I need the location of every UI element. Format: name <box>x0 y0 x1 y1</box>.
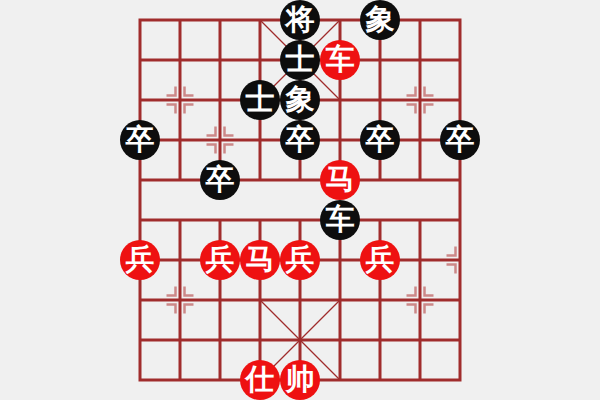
piece-red-general[interactable]: 帅 <box>280 360 320 400</box>
board-intersection[interactable] <box>160 240 200 280</box>
board-intersection[interactable] <box>400 200 440 240</box>
board-intersection[interactable]: 仕 <box>240 360 280 400</box>
board-intersection[interactable] <box>120 160 160 200</box>
piece-red-soldier[interactable]: 兵 <box>360 240 400 280</box>
board-intersection[interactable] <box>360 360 400 400</box>
piece-red-horse[interactable]: 马 <box>320 160 360 200</box>
piece-black-chariot[interactable]: 车 <box>320 200 360 240</box>
board-intersection[interactable] <box>240 0 280 40</box>
board-intersection[interactable]: 将 <box>280 0 320 40</box>
board-intersection[interactable] <box>200 40 240 80</box>
board-intersection[interactable] <box>160 0 200 40</box>
board-intersection[interactable] <box>400 160 440 200</box>
piece-red-chariot[interactable]: 车 <box>320 40 360 80</box>
board-intersection[interactable] <box>240 160 280 200</box>
board-intersection[interactable] <box>360 160 400 200</box>
board-intersection[interactable]: 卒 <box>360 120 400 160</box>
board-intersection[interactable] <box>440 360 480 400</box>
board-intersection[interactable]: 卒 <box>280 120 320 160</box>
board-intersection[interactable] <box>160 120 200 160</box>
piece-black-soldier[interactable]: 卒 <box>440 120 480 160</box>
board-intersection[interactable] <box>360 40 400 80</box>
board-intersection[interactable] <box>360 320 400 360</box>
board-intersection[interactable]: 士 <box>240 80 280 120</box>
board-intersection[interactable] <box>200 320 240 360</box>
board-intersection[interactable] <box>400 40 440 80</box>
board-intersection[interactable] <box>200 200 240 240</box>
board-intersection[interactable] <box>240 40 280 80</box>
board-intersection[interactable] <box>400 0 440 40</box>
board-intersection[interactable]: 卒 <box>200 160 240 200</box>
board-intersection[interactable]: 兵 <box>280 240 320 280</box>
board-intersection[interactable] <box>200 280 240 320</box>
board-intersection[interactable] <box>360 280 400 320</box>
board-intersection[interactable] <box>360 200 400 240</box>
board-intersection[interactable] <box>160 80 200 120</box>
board-intersection[interactable]: 象 <box>360 0 400 40</box>
board-intersection[interactable] <box>320 240 360 280</box>
piece-black-advisor[interactable]: 士 <box>280 40 320 80</box>
board-intersection[interactable] <box>320 80 360 120</box>
board-intersection[interactable] <box>160 280 200 320</box>
board-intersection[interactable] <box>440 40 480 80</box>
board-intersection[interactable]: 兵 <box>360 240 400 280</box>
board-intersection[interactable] <box>360 80 400 120</box>
board-intersection[interactable] <box>240 320 280 360</box>
board-intersection[interactable] <box>440 320 480 360</box>
board-intersection[interactable] <box>440 200 480 240</box>
board-intersection[interactable]: 卒 <box>440 120 480 160</box>
xiangqi-board: 将象士车士象卒卒卒卒卒马车兵兵马兵兵仕帅 <box>120 0 480 400</box>
board-intersection[interactable] <box>440 280 480 320</box>
board-intersection[interactable] <box>280 200 320 240</box>
board-intersection[interactable] <box>440 160 480 200</box>
board-intersection[interactable] <box>120 40 160 80</box>
board-intersection[interactable] <box>120 320 160 360</box>
board-intersection[interactable] <box>280 320 320 360</box>
board-intersection[interactable] <box>200 360 240 400</box>
board-intersection[interactable] <box>400 240 440 280</box>
board-intersection[interactable] <box>320 360 360 400</box>
board-intersection[interactable] <box>400 280 440 320</box>
piece-black-soldier[interactable]: 卒 <box>360 120 400 160</box>
xiangqi-app-screen: 将象士车士象卒卒卒卒卒马车兵兵马兵兵仕帅 <box>0 0 600 400</box>
board-intersection[interactable] <box>440 80 480 120</box>
board-intersection[interactable] <box>160 360 200 400</box>
piece-red-horse[interactable]: 马 <box>240 240 280 280</box>
board-intersection[interactable] <box>440 240 480 280</box>
piece-black-soldier[interactable]: 卒 <box>200 160 240 200</box>
board-intersection[interactable]: 车 <box>320 40 360 80</box>
board-intersection[interactable]: 兵 <box>120 240 160 280</box>
board-intersection[interactable]: 象 <box>280 80 320 120</box>
board-intersection[interactable] <box>280 280 320 320</box>
board-intersection[interactable]: 士 <box>280 40 320 80</box>
board-intersection[interactable] <box>200 0 240 40</box>
board-intersection[interactable] <box>120 280 160 320</box>
board-intersection[interactable] <box>400 120 440 160</box>
board-intersection[interactable] <box>320 280 360 320</box>
board-intersection[interactable] <box>320 320 360 360</box>
board-intersection[interactable] <box>280 160 320 200</box>
board-intersection[interactable] <box>200 80 240 120</box>
board-intersection[interactable]: 卒 <box>120 120 160 160</box>
board-intersection[interactable] <box>160 200 200 240</box>
board-intersection[interactable] <box>160 160 200 200</box>
board-intersection[interactable] <box>440 0 480 40</box>
piece-black-elephant[interactable]: 象 <box>280 80 320 120</box>
piece-black-soldier[interactable]: 卒 <box>120 120 160 160</box>
board-intersection[interactable] <box>400 360 440 400</box>
board-intersection[interactable] <box>240 120 280 160</box>
board-intersection[interactable] <box>240 280 280 320</box>
board-intersection[interactable] <box>200 120 240 160</box>
board-intersection[interactable]: 帅 <box>280 360 320 400</box>
piece-black-soldier[interactable]: 卒 <box>280 120 320 160</box>
piece-red-advisor[interactable]: 仕 <box>240 360 280 400</box>
piece-red-soldier[interactable]: 兵 <box>280 240 320 280</box>
board-intersection[interactable] <box>160 40 200 80</box>
board-intersection[interactable]: 车 <box>320 200 360 240</box>
piece-black-elephant[interactable]: 象 <box>360 0 400 40</box>
piece-black-advisor[interactable]: 士 <box>240 80 280 120</box>
board-intersection[interactable] <box>320 120 360 160</box>
board-intersection[interactable] <box>320 0 360 40</box>
board-intersection[interactable]: 马 <box>240 240 280 280</box>
board-intersection[interactable] <box>120 360 160 400</box>
piece-red-soldier[interactable]: 兵 <box>200 240 240 280</box>
board-intersection[interactable] <box>120 200 160 240</box>
board-intersection[interactable] <box>240 200 280 240</box>
board-intersection[interactable] <box>400 80 440 120</box>
board-intersection[interactable] <box>120 80 160 120</box>
board-intersection[interactable]: 兵 <box>200 240 240 280</box>
board-intersection[interactable] <box>120 0 160 40</box>
board-intersection[interactable]: 马 <box>320 160 360 200</box>
board-intersection[interactable] <box>160 320 200 360</box>
piece-red-soldier[interactable]: 兵 <box>120 240 160 280</box>
board-intersection[interactable] <box>400 320 440 360</box>
piece-black-general[interactable]: 将 <box>280 0 320 40</box>
